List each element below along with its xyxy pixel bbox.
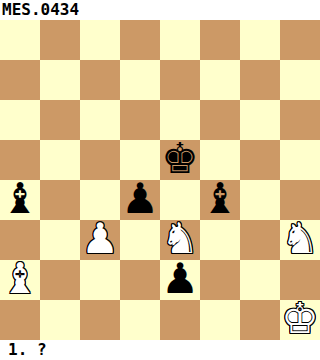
square-g8[interactable] xyxy=(240,20,280,60)
black-pawn-e2[interactable]: ♟ xyxy=(161,258,199,300)
square-b5[interactable] xyxy=(40,140,80,180)
square-g6[interactable] xyxy=(240,100,280,140)
black-pawn-d4[interactable]: ♟ xyxy=(121,178,159,220)
white-bishop-a2[interactable]: ♝ xyxy=(1,258,39,300)
square-b4[interactable] xyxy=(40,180,80,220)
square-e1[interactable] xyxy=(160,300,200,340)
square-e8[interactable] xyxy=(160,20,200,60)
square-c2[interactable] xyxy=(80,260,120,300)
square-g1[interactable] xyxy=(240,300,280,340)
square-a6[interactable] xyxy=(0,100,40,140)
square-d6[interactable] xyxy=(120,100,160,140)
black-bishop-f4[interactable]: ♝ xyxy=(201,178,239,220)
square-f1[interactable] xyxy=(200,300,240,340)
square-h5[interactable] xyxy=(280,140,320,180)
square-d1[interactable] xyxy=(120,300,160,340)
square-c1[interactable] xyxy=(80,300,120,340)
square-d3[interactable] xyxy=(120,220,160,260)
square-b1[interactable] xyxy=(40,300,80,340)
square-d7[interactable] xyxy=(120,60,160,100)
square-a1[interactable] xyxy=(0,300,40,340)
square-c8[interactable] xyxy=(80,20,120,60)
square-g4[interactable] xyxy=(240,180,280,220)
white-king-h1[interactable]: ♚ xyxy=(281,298,319,340)
square-g3[interactable] xyxy=(240,220,280,260)
square-d2[interactable] xyxy=(120,260,160,300)
square-h8[interactable] xyxy=(280,20,320,60)
square-b2[interactable] xyxy=(40,260,80,300)
square-h7[interactable] xyxy=(280,60,320,100)
black-king-e5[interactable]: ♚ xyxy=(161,138,199,180)
white-pawn-c3[interactable]: ♟ xyxy=(81,218,119,260)
square-c3[interactable]: ♟ xyxy=(80,220,120,260)
chess-board: ♚♝♟♝♟♞♞♝♟♚ xyxy=(0,20,320,340)
square-f6[interactable] xyxy=(200,100,240,140)
square-e2[interactable]: ♟ xyxy=(160,260,200,300)
square-h1[interactable]: ♚ xyxy=(280,300,320,340)
square-e5[interactable]: ♚ xyxy=(160,140,200,180)
square-g2[interactable] xyxy=(240,260,280,300)
black-bishop-a4[interactable]: ♝ xyxy=(1,178,39,220)
square-f4[interactable]: ♝ xyxy=(200,180,240,220)
square-f3[interactable] xyxy=(200,220,240,260)
square-f2[interactable] xyxy=(200,260,240,300)
square-e7[interactable] xyxy=(160,60,200,100)
square-b8[interactable] xyxy=(40,20,80,60)
diagram-title: MES.0434 xyxy=(0,0,320,20)
square-a8[interactable] xyxy=(0,20,40,60)
square-c6[interactable] xyxy=(80,100,120,140)
square-g7[interactable] xyxy=(240,60,280,100)
square-a4[interactable]: ♝ xyxy=(0,180,40,220)
square-d4[interactable]: ♟ xyxy=(120,180,160,220)
square-a7[interactable] xyxy=(0,60,40,100)
square-b6[interactable] xyxy=(40,100,80,140)
square-c7[interactable] xyxy=(80,60,120,100)
square-g5[interactable] xyxy=(240,140,280,180)
square-a2[interactable]: ♝ xyxy=(0,260,40,300)
square-h6[interactable] xyxy=(280,100,320,140)
square-d8[interactable] xyxy=(120,20,160,60)
square-f8[interactable] xyxy=(200,20,240,60)
square-b3[interactable] xyxy=(40,220,80,260)
square-c5[interactable] xyxy=(80,140,120,180)
square-h3[interactable]: ♞ xyxy=(280,220,320,260)
white-knight-h3[interactable]: ♞ xyxy=(281,218,319,260)
square-f7[interactable] xyxy=(200,60,240,100)
square-b7[interactable] xyxy=(40,60,80,100)
move-prompt: 1. ? xyxy=(0,340,320,360)
